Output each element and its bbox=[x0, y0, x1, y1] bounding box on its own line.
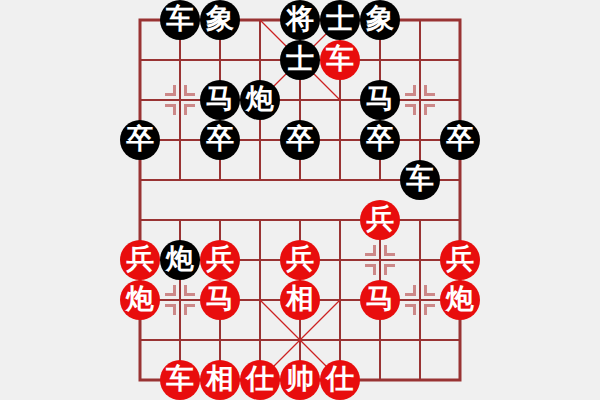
piece-glyph: 炮 bbox=[246, 85, 274, 113]
piece-glyph: 马 bbox=[366, 85, 394, 113]
board-point-e8[interactable] bbox=[280, 80, 320, 120]
board-point-h2[interactable] bbox=[400, 320, 440, 360]
piece-glyph: 车 bbox=[166, 365, 194, 393]
board-point-d4[interactable] bbox=[240, 240, 280, 280]
piece-glyph: 兵 bbox=[286, 245, 314, 273]
black-advisor[interactable]: 士 bbox=[280, 40, 320, 80]
board-point-c1[interactable]: 相 bbox=[200, 360, 240, 400]
black-soldier[interactable]: 卒 bbox=[440, 120, 480, 160]
piece-glyph: 卒 bbox=[286, 125, 314, 153]
piece-glyph: 卒 bbox=[206, 125, 234, 153]
piece-glyph: 马 bbox=[206, 285, 234, 313]
board-point-e3[interactable]: 相 bbox=[280, 280, 320, 320]
red-advisor[interactable]: 仕 bbox=[240, 360, 280, 400]
board-point-c2[interactable] bbox=[200, 320, 240, 360]
board-point-b8[interactable] bbox=[160, 80, 200, 120]
board-point-f8[interactable] bbox=[320, 80, 360, 120]
board-point-i4[interactable]: 兵 bbox=[440, 240, 480, 280]
board-point-g5[interactable]: 兵 bbox=[360, 200, 400, 240]
board-point-h3[interactable] bbox=[400, 280, 440, 320]
black-advisor[interactable]: 士 bbox=[320, 0, 360, 40]
board-point-e9[interactable]: 士 bbox=[280, 40, 320, 80]
piece-glyph: 士 bbox=[326, 5, 354, 33]
board-point-f5[interactable] bbox=[320, 200, 360, 240]
board-point-d6[interactable] bbox=[240, 160, 280, 200]
board-point-i2[interactable] bbox=[440, 320, 480, 360]
board-point-i6[interactable] bbox=[440, 160, 480, 200]
board-point-i3[interactable]: 炮 bbox=[440, 280, 480, 320]
piece-glyph: 仕 bbox=[246, 365, 274, 393]
piece-glyph: 相 bbox=[286, 285, 314, 313]
piece-glyph: 车 bbox=[406, 165, 434, 193]
board-point-d5[interactable] bbox=[240, 200, 280, 240]
board-point-h8[interactable] bbox=[400, 80, 440, 120]
piece-glyph: 车 bbox=[166, 5, 194, 33]
board-point-i8[interactable] bbox=[440, 80, 480, 120]
red-general[interactable]: 帅 bbox=[280, 360, 320, 400]
red-soldier[interactable]: 兵 bbox=[440, 240, 480, 280]
board-point-b7[interactable] bbox=[160, 120, 200, 160]
board-point-g8[interactable]: 马 bbox=[360, 80, 400, 120]
board-point-c5[interactable] bbox=[200, 200, 240, 240]
board-point-d1[interactable]: 仕 bbox=[240, 360, 280, 400]
board-point-f4[interactable] bbox=[320, 240, 360, 280]
board-point-b1[interactable]: 车 bbox=[160, 360, 200, 400]
board-point-f10[interactable]: 士 bbox=[320, 0, 360, 40]
piece-glyph: 炮 bbox=[446, 285, 474, 313]
piece-glyph: 帅 bbox=[286, 365, 314, 393]
board-point-a1[interactable] bbox=[120, 360, 160, 400]
board-point-f7[interactable] bbox=[320, 120, 360, 160]
board-point-a5[interactable] bbox=[120, 200, 160, 240]
red-horse[interactable]: 马 bbox=[360, 280, 400, 320]
board-point-b2[interactable] bbox=[160, 320, 200, 360]
board-point-h1[interactable] bbox=[400, 360, 440, 400]
board-point-g6[interactable] bbox=[360, 160, 400, 200]
board-point-f1[interactable]: 仕 bbox=[320, 360, 360, 400]
board-point-b3[interactable] bbox=[160, 280, 200, 320]
board-point-i9[interactable] bbox=[440, 40, 480, 80]
board-point-g9[interactable] bbox=[360, 40, 400, 80]
board-point-c10[interactable]: 象 bbox=[200, 0, 240, 40]
board-point-e4[interactable]: 兵 bbox=[280, 240, 320, 280]
piece-glyph: 兵 bbox=[446, 245, 474, 273]
xiangqi-board: 车象将士象士车马炮马卒卒卒卒卒车兵兵炮兵兵兵炮马相马炮车相仕帅仕 bbox=[0, 0, 600, 400]
board-point-a10[interactable] bbox=[120, 0, 160, 40]
red-cannon[interactable]: 炮 bbox=[440, 280, 480, 320]
red-advisor[interactable]: 仕 bbox=[320, 360, 360, 400]
red-soldier[interactable]: 兵 bbox=[360, 200, 400, 240]
black-soldier[interactable]: 卒 bbox=[280, 120, 320, 160]
board-point-c6[interactable] bbox=[200, 160, 240, 200]
piece-glyph: 卒 bbox=[366, 125, 394, 153]
red-soldier[interactable]: 兵 bbox=[280, 240, 320, 280]
black-elephant[interactable]: 象 bbox=[360, 0, 400, 40]
board-point-e1[interactable]: 帅 bbox=[280, 360, 320, 400]
board-point-h9[interactable] bbox=[400, 40, 440, 80]
piece-glyph: 兵 bbox=[206, 245, 234, 273]
board-point-c4[interactable]: 兵 bbox=[200, 240, 240, 280]
black-elephant[interactable]: 象 bbox=[200, 0, 240, 40]
piece-glyph: 卒 bbox=[446, 125, 474, 153]
board-point-d3[interactable] bbox=[240, 280, 280, 320]
red-chariot[interactable]: 车 bbox=[160, 360, 200, 400]
board-point-c3[interactable]: 马 bbox=[200, 280, 240, 320]
red-soldier[interactable]: 兵 bbox=[200, 240, 240, 280]
board-point-h5[interactable] bbox=[400, 200, 440, 240]
board-point-h7[interactable] bbox=[400, 120, 440, 160]
piece-glyph: 兵 bbox=[126, 245, 154, 273]
board-point-e5[interactable] bbox=[280, 200, 320, 240]
black-horse[interactable]: 马 bbox=[360, 80, 400, 120]
board-point-g2[interactable] bbox=[360, 320, 400, 360]
piece-glyph: 卒 bbox=[126, 125, 154, 153]
board-point-c8[interactable]: 马 bbox=[200, 80, 240, 120]
piece-glyph: 兵 bbox=[366, 205, 394, 233]
board-point-f2[interactable] bbox=[320, 320, 360, 360]
red-elephant[interactable]: 相 bbox=[200, 360, 240, 400]
board-point-h4[interactable] bbox=[400, 240, 440, 280]
board-point-b5[interactable] bbox=[160, 200, 200, 240]
board-point-d8[interactable]: 炮 bbox=[240, 80, 280, 120]
black-cannon[interactable]: 炮 bbox=[160, 240, 200, 280]
board-point-b6[interactable] bbox=[160, 160, 200, 200]
board-point-c7[interactable]: 卒 bbox=[200, 120, 240, 160]
board-point-h10[interactable] bbox=[400, 0, 440, 40]
red-soldier[interactable]: 兵 bbox=[120, 240, 160, 280]
black-soldier[interactable]: 卒 bbox=[200, 120, 240, 160]
board-point-g1[interactable] bbox=[360, 360, 400, 400]
piece-glyph: 将 bbox=[286, 5, 314, 33]
piece-glyph: 仕 bbox=[326, 365, 354, 393]
board-point-a7[interactable]: 卒 bbox=[120, 120, 160, 160]
black-horse[interactable]: 马 bbox=[200, 80, 240, 120]
black-chariot[interactable]: 车 bbox=[160, 0, 200, 40]
black-soldier[interactable]: 卒 bbox=[360, 120, 400, 160]
piece-glyph: 象 bbox=[366, 5, 394, 33]
board-point-i5[interactable] bbox=[440, 200, 480, 240]
board-point-f9[interactable]: 车 bbox=[320, 40, 360, 80]
board-point-a9[interactable] bbox=[120, 40, 160, 80]
board-point-i10[interactable] bbox=[440, 0, 480, 40]
piece-glyph: 相 bbox=[206, 365, 234, 393]
piece-glyph: 马 bbox=[206, 85, 234, 113]
red-horse[interactable]: 马 bbox=[200, 280, 240, 320]
red-chariot[interactable]: 车 bbox=[320, 40, 360, 80]
board-point-f3[interactable] bbox=[320, 280, 360, 320]
board-point-a6[interactable] bbox=[120, 160, 160, 200]
board-point-f6[interactable] bbox=[320, 160, 360, 200]
board-point-d2[interactable] bbox=[240, 320, 280, 360]
piece-glyph: 炮 bbox=[166, 245, 194, 273]
piece-glyph: 士 bbox=[286, 45, 314, 73]
board-point-b4[interactable]: 炮 bbox=[160, 240, 200, 280]
black-chariot[interactable]: 车 bbox=[400, 160, 440, 200]
piece-glyph: 象 bbox=[206, 5, 234, 33]
board-point-i7[interactable]: 卒 bbox=[440, 120, 480, 160]
board-point-g7[interactable]: 卒 bbox=[360, 120, 400, 160]
board-point-e7[interactable]: 卒 bbox=[280, 120, 320, 160]
piece-glyph: 车 bbox=[326, 45, 354, 73]
board-point-g3[interactable]: 马 bbox=[360, 280, 400, 320]
board-point-b10[interactable]: 车 bbox=[160, 0, 200, 40]
board-point-g4[interactable] bbox=[360, 240, 400, 280]
board-point-c9[interactable] bbox=[200, 40, 240, 80]
board-point-e2[interactable] bbox=[280, 320, 320, 360]
board-point-d10[interactable] bbox=[240, 0, 280, 40]
board-point-a4[interactable]: 兵 bbox=[120, 240, 160, 280]
red-elephant[interactable]: 相 bbox=[280, 280, 320, 320]
board-point-g10[interactable]: 象 bbox=[360, 0, 400, 40]
board-point-b9[interactable] bbox=[160, 40, 200, 80]
board-point-i1[interactable] bbox=[440, 360, 480, 400]
red-cannon[interactable]: 炮 bbox=[120, 280, 160, 320]
black-cannon[interactable]: 炮 bbox=[240, 80, 280, 120]
board-point-e6[interactable] bbox=[280, 160, 320, 200]
board-point-h6[interactable]: 车 bbox=[400, 160, 440, 200]
piece-glyph: 炮 bbox=[126, 285, 154, 313]
board-point-a8[interactable] bbox=[120, 80, 160, 120]
board-point-a2[interactable] bbox=[120, 320, 160, 360]
piece-glyph: 马 bbox=[366, 285, 394, 313]
black-soldier[interactable]: 卒 bbox=[120, 120, 160, 160]
board-point-a3[interactable]: 炮 bbox=[120, 280, 160, 320]
board-point-e10[interactable]: 将 bbox=[280, 0, 320, 40]
board-point-d9[interactable] bbox=[240, 40, 280, 80]
board-grid: 车象将士象士车马炮马卒卒卒卒卒车兵兵炮兵兵兵炮马相马炮车相仕帅仕 bbox=[120, 0, 480, 400]
black-general[interactable]: 将 bbox=[280, 0, 320, 40]
board-point-d7[interactable] bbox=[240, 120, 280, 160]
